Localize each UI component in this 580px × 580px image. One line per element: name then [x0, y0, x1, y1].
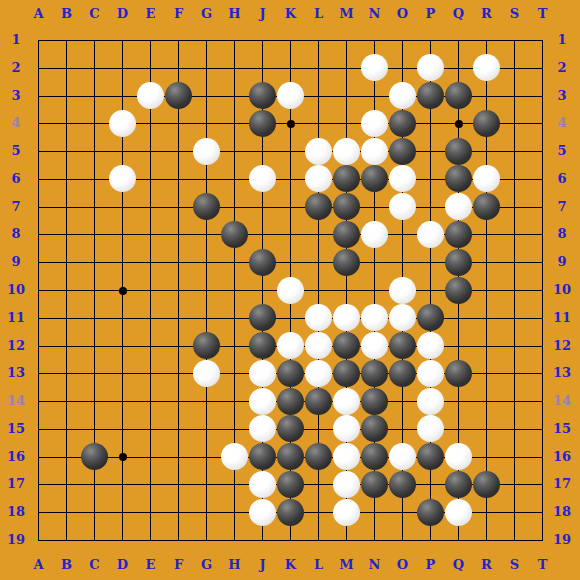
black-stone	[193, 332, 220, 359]
column-label-bottom: N	[361, 557, 389, 573]
column-label-bottom: S	[501, 557, 529, 573]
column-label-top: B	[53, 6, 81, 22]
black-stone	[445, 249, 472, 276]
column-label-bottom: A	[25, 557, 53, 573]
black-stone	[333, 193, 360, 220]
star-point	[119, 287, 127, 295]
white-stone	[361, 138, 388, 165]
white-stone	[305, 165, 332, 192]
star-point	[455, 120, 463, 128]
row-label-left: 4	[2, 115, 30, 131]
white-stone	[333, 304, 360, 331]
row-label-right: 15	[548, 421, 576, 437]
white-stone	[445, 499, 472, 526]
row-label-left: 12	[2, 338, 30, 354]
row-label-left: 18	[2, 504, 30, 520]
white-stone	[333, 499, 360, 526]
white-stone	[389, 193, 416, 220]
row-label-right: 11	[548, 310, 576, 326]
black-stone	[221, 221, 248, 248]
column-label-top: N	[361, 6, 389, 22]
black-stone	[277, 415, 304, 442]
black-stone	[417, 82, 444, 109]
white-stone	[473, 165, 500, 192]
black-stone	[249, 249, 276, 276]
go-board[interactable]: AA11BB22CC33DD44EE55FF66GG77HH88JJ99KK10…	[0, 0, 580, 580]
row-label-left: 7	[2, 199, 30, 215]
column-label-top: O	[389, 6, 417, 22]
row-label-left: 6	[2, 171, 30, 187]
black-stone	[417, 304, 444, 331]
column-label-top: G	[193, 6, 221, 22]
black-stone	[361, 415, 388, 442]
white-stone	[109, 165, 136, 192]
column-label-top: P	[417, 6, 445, 22]
column-label-bottom: P	[417, 557, 445, 573]
black-stone	[445, 221, 472, 248]
column-label-bottom: J	[249, 557, 277, 573]
row-label-left: 5	[2, 143, 30, 159]
black-stone	[249, 82, 276, 109]
column-label-bottom: D	[109, 557, 137, 573]
black-stone	[361, 388, 388, 415]
star-point	[287, 120, 295, 128]
row-label-right: 9	[548, 254, 576, 270]
white-stone	[249, 360, 276, 387]
white-stone	[249, 415, 276, 442]
white-stone	[361, 110, 388, 137]
black-stone	[389, 138, 416, 165]
black-stone	[81, 443, 108, 470]
column-label-bottom: Q	[445, 557, 473, 573]
white-stone	[109, 110, 136, 137]
black-stone	[389, 110, 416, 137]
black-stone	[473, 110, 500, 137]
row-label-left: 13	[2, 365, 30, 381]
white-stone	[361, 304, 388, 331]
row-label-left: 10	[2, 282, 30, 298]
black-stone	[305, 443, 332, 470]
row-label-right: 4	[548, 115, 576, 131]
white-stone	[305, 138, 332, 165]
column-label-top: E	[137, 6, 165, 22]
white-stone	[333, 388, 360, 415]
white-stone	[361, 54, 388, 81]
white-stone	[221, 443, 248, 470]
black-stone	[445, 277, 472, 304]
black-stone	[305, 388, 332, 415]
column-label-top: J	[249, 6, 277, 22]
white-stone	[249, 471, 276, 498]
white-stone	[389, 277, 416, 304]
white-stone	[249, 165, 276, 192]
row-label-left: 9	[2, 254, 30, 270]
white-stone	[389, 304, 416, 331]
grid-line-vertical	[542, 40, 543, 541]
black-stone	[277, 388, 304, 415]
white-stone	[305, 332, 332, 359]
row-label-left: 15	[2, 421, 30, 437]
black-stone	[361, 165, 388, 192]
black-stone	[445, 360, 472, 387]
white-stone	[249, 388, 276, 415]
white-stone	[193, 138, 220, 165]
white-stone	[333, 471, 360, 498]
row-label-left: 14	[2, 393, 30, 409]
white-stone	[445, 193, 472, 220]
row-label-right: 10	[548, 282, 576, 298]
black-stone	[333, 332, 360, 359]
black-stone	[333, 165, 360, 192]
row-label-right: 2	[548, 60, 576, 76]
white-stone	[333, 415, 360, 442]
black-stone	[333, 249, 360, 276]
white-stone	[417, 332, 444, 359]
column-label-top: L	[305, 6, 333, 22]
row-label-right: 14	[548, 393, 576, 409]
black-stone	[389, 471, 416, 498]
row-label-right: 13	[548, 365, 576, 381]
black-stone	[389, 360, 416, 387]
black-stone	[445, 471, 472, 498]
black-stone	[305, 193, 332, 220]
column-label-bottom: R	[473, 557, 501, 573]
white-stone	[277, 332, 304, 359]
row-label-right: 8	[548, 226, 576, 242]
column-label-top: Q	[445, 6, 473, 22]
column-label-bottom: L	[305, 557, 333, 573]
white-stone	[417, 388, 444, 415]
white-stone	[417, 415, 444, 442]
white-stone	[333, 443, 360, 470]
column-label-top: T	[529, 6, 557, 22]
white-stone	[305, 304, 332, 331]
row-label-right: 19	[548, 532, 576, 548]
white-stone	[193, 360, 220, 387]
row-label-right: 6	[548, 171, 576, 187]
black-stone	[445, 82, 472, 109]
row-label-left: 17	[2, 476, 30, 492]
black-stone	[445, 165, 472, 192]
row-label-right: 7	[548, 199, 576, 215]
white-stone	[249, 499, 276, 526]
black-stone	[249, 443, 276, 470]
column-label-bottom: O	[389, 557, 417, 573]
grid-line-horizontal	[38, 318, 543, 319]
column-label-top: C	[81, 6, 109, 22]
black-stone	[277, 471, 304, 498]
white-stone	[389, 165, 416, 192]
row-label-right: 16	[548, 449, 576, 465]
white-stone	[277, 277, 304, 304]
row-label-right: 12	[548, 338, 576, 354]
row-label-left: 19	[2, 532, 30, 548]
black-stone	[473, 471, 500, 498]
black-stone	[165, 82, 192, 109]
black-stone	[333, 221, 360, 248]
white-stone	[277, 82, 304, 109]
black-stone	[193, 193, 220, 220]
grid-line-vertical	[514, 40, 515, 541]
row-label-right: 3	[548, 88, 576, 104]
column-label-bottom: C	[81, 557, 109, 573]
row-label-left: 1	[2, 32, 30, 48]
column-label-bottom: B	[53, 557, 81, 573]
white-stone	[473, 54, 500, 81]
row-label-left: 8	[2, 226, 30, 242]
column-label-bottom: H	[221, 557, 249, 573]
row-label-right: 17	[548, 476, 576, 492]
column-label-bottom: G	[193, 557, 221, 573]
black-stone	[277, 499, 304, 526]
black-stone	[473, 193, 500, 220]
row-label-left: 2	[2, 60, 30, 76]
black-stone	[361, 360, 388, 387]
white-stone	[333, 138, 360, 165]
black-stone	[417, 499, 444, 526]
white-stone	[137, 82, 164, 109]
column-label-top: K	[277, 6, 305, 22]
white-stone	[417, 54, 444, 81]
row-label-right: 18	[548, 504, 576, 520]
black-stone	[389, 332, 416, 359]
column-label-bottom: E	[137, 557, 165, 573]
column-label-top: A	[25, 6, 53, 22]
column-label-bottom: K	[277, 557, 305, 573]
grid-line-horizontal	[38, 540, 543, 541]
star-point	[119, 453, 127, 461]
white-stone	[305, 360, 332, 387]
black-stone	[277, 443, 304, 470]
black-stone	[445, 138, 472, 165]
column-label-bottom: T	[529, 557, 557, 573]
row-label-right: 1	[548, 32, 576, 48]
column-label-top: S	[501, 6, 529, 22]
column-label-top: R	[473, 6, 501, 22]
white-stone	[445, 443, 472, 470]
black-stone	[361, 443, 388, 470]
black-stone	[417, 443, 444, 470]
black-stone	[249, 110, 276, 137]
black-stone	[333, 360, 360, 387]
row-label-left: 16	[2, 449, 30, 465]
black-stone	[249, 332, 276, 359]
white-stone	[361, 332, 388, 359]
white-stone	[389, 82, 416, 109]
row-label-left: 3	[2, 88, 30, 104]
black-stone	[361, 471, 388, 498]
column-label-top: D	[109, 6, 137, 22]
row-label-left: 11	[2, 310, 30, 326]
black-stone	[277, 360, 304, 387]
column-label-top: F	[165, 6, 193, 22]
column-label-bottom: M	[333, 557, 361, 573]
column-label-top: M	[333, 6, 361, 22]
black-stone	[249, 304, 276, 331]
white-stone	[361, 221, 388, 248]
white-stone	[417, 360, 444, 387]
white-stone	[417, 221, 444, 248]
white-stone	[389, 443, 416, 470]
column-label-top: H	[221, 6, 249, 22]
row-label-right: 5	[548, 143, 576, 159]
column-label-bottom: F	[165, 557, 193, 573]
